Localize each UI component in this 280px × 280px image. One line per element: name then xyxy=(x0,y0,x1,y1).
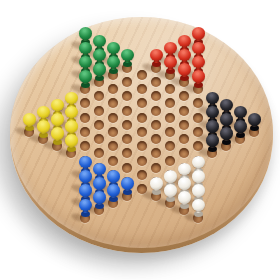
peg-head xyxy=(206,120,219,133)
board-hole[interactable] xyxy=(80,113,90,123)
board-hole[interactable] xyxy=(80,141,90,151)
board-hole[interactable] xyxy=(108,113,118,123)
peg-head xyxy=(220,127,233,140)
board-hole[interactable] xyxy=(179,148,189,158)
board-hole[interactable] xyxy=(94,134,104,144)
board-hole[interactable] xyxy=(94,106,104,116)
board-hole[interactable] xyxy=(108,127,118,137)
board-hole[interactable] xyxy=(122,163,132,173)
peg-head xyxy=(79,170,92,183)
peg-head xyxy=(79,27,92,40)
board-hole[interactable] xyxy=(179,120,189,130)
peg-head xyxy=(192,199,205,212)
peg-head xyxy=(150,177,163,190)
peg-head xyxy=(51,113,64,126)
board-hole[interactable] xyxy=(137,98,147,108)
peg-head xyxy=(65,106,78,119)
board-hole[interactable] xyxy=(137,127,147,137)
peg-head xyxy=(192,184,205,197)
peg-head xyxy=(178,191,191,204)
board-hole[interactable] xyxy=(94,120,104,130)
peg-head xyxy=(178,163,191,176)
peg-head xyxy=(192,70,205,83)
peg-head xyxy=(248,113,261,126)
board-hole[interactable] xyxy=(122,148,132,158)
board-hole[interactable] xyxy=(122,91,132,101)
board-hole[interactable] xyxy=(122,106,132,116)
board-hole[interactable] xyxy=(179,91,189,101)
board-hole[interactable] xyxy=(122,77,132,87)
scene xyxy=(0,0,280,280)
peg-head xyxy=(192,27,205,40)
peg-head xyxy=(206,134,219,147)
board-hole[interactable] xyxy=(108,84,118,94)
board-hole[interactable] xyxy=(108,141,118,151)
peg-head xyxy=(121,49,134,62)
peg-head xyxy=(93,35,106,48)
peg-head xyxy=(178,35,191,48)
peg-head xyxy=(178,177,191,190)
board-hole[interactable] xyxy=(108,98,118,108)
board-hole[interactable] xyxy=(151,106,161,116)
peg-head xyxy=(65,134,78,147)
board-hole[interactable] xyxy=(137,156,147,166)
peg-head xyxy=(178,63,191,76)
chinese-checkers-board xyxy=(0,0,280,280)
board-hole[interactable] xyxy=(137,84,147,94)
peg-head xyxy=(150,49,163,62)
peg-head xyxy=(107,170,120,183)
board-hole[interactable] xyxy=(151,77,161,87)
board-hole[interactable] xyxy=(165,98,175,108)
board-hole[interactable] xyxy=(80,98,90,108)
board-hole[interactable] xyxy=(137,113,147,123)
peg-head xyxy=(192,156,205,169)
peg-head xyxy=(192,56,205,69)
board-hole[interactable] xyxy=(137,70,147,80)
peg-head xyxy=(65,120,78,133)
peg-head xyxy=(164,170,177,183)
peg-head xyxy=(51,127,64,140)
board-hole[interactable] xyxy=(94,91,104,101)
board-hole[interactable] xyxy=(151,134,161,144)
peg-head xyxy=(107,42,120,55)
peg-head xyxy=(37,120,50,133)
board-hole[interactable] xyxy=(108,156,118,166)
board-hole[interactable] xyxy=(122,134,132,144)
peg-head xyxy=(206,92,219,105)
peg-head xyxy=(192,170,205,183)
peg-head xyxy=(93,63,106,76)
peg-head xyxy=(164,56,177,69)
peg-head xyxy=(234,120,247,133)
peg-head xyxy=(65,92,78,105)
board-hole[interactable] xyxy=(165,113,175,123)
board-hole[interactable] xyxy=(151,148,161,158)
board-hole[interactable] xyxy=(151,91,161,101)
board-hole[interactable] xyxy=(80,127,90,137)
peg-head xyxy=(23,113,36,126)
peg-head xyxy=(79,156,92,169)
board-hole[interactable] xyxy=(165,127,175,137)
board-hole[interactable] xyxy=(165,84,175,94)
board-hole[interactable] xyxy=(179,106,189,116)
peg-head xyxy=(121,177,134,190)
board-hole[interactable] xyxy=(151,163,161,173)
peg-head xyxy=(220,99,233,112)
board-hole[interactable] xyxy=(179,134,189,144)
board-hole[interactable] xyxy=(137,170,147,180)
board-hole[interactable] xyxy=(165,141,175,151)
board-hole[interactable] xyxy=(94,148,104,158)
peg-head xyxy=(206,106,219,119)
board-hole[interactable] xyxy=(151,120,161,130)
board-hole[interactable] xyxy=(137,141,147,151)
peg-head xyxy=(164,42,177,55)
peg-head xyxy=(234,106,247,119)
peg-head xyxy=(164,184,177,197)
board-hole[interactable] xyxy=(165,156,175,166)
board-hole[interactable] xyxy=(122,120,132,130)
peg-head xyxy=(93,163,106,176)
peg-head xyxy=(192,42,205,55)
peg-head xyxy=(178,49,191,62)
peg-head xyxy=(93,177,106,190)
peg-head xyxy=(220,113,233,126)
